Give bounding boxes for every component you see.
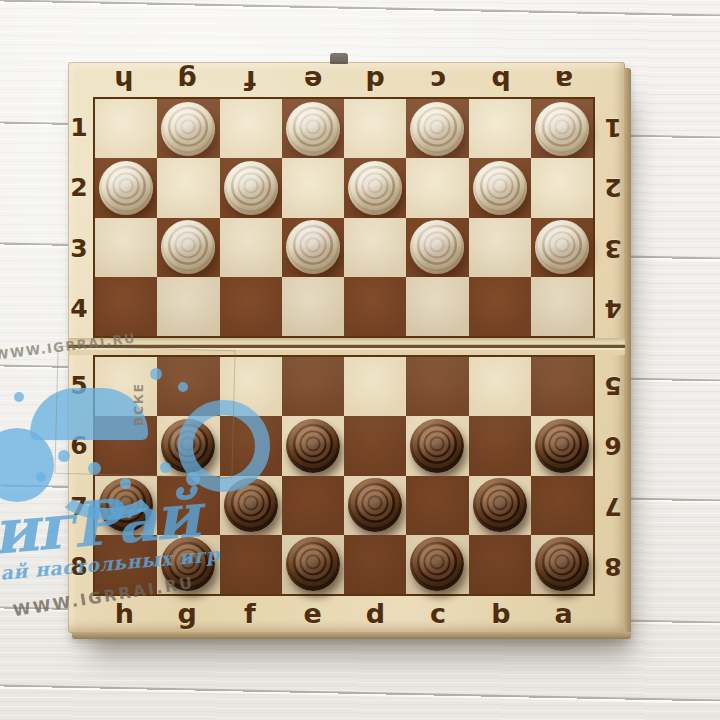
square-d8[interactable] [344,535,406,594]
square-a2[interactable] [531,158,593,217]
square-c3[interactable] [406,218,468,277]
brown-checker-a6[interactable] [535,419,589,473]
square-h8[interactable] [95,535,157,594]
square-c1[interactable] [406,99,468,158]
white-checker-e3[interactable] [286,220,340,274]
square-b3[interactable] [469,218,531,277]
brown-checker-c6[interactable] [410,419,464,473]
square-g1[interactable] [157,99,219,158]
square-h1[interactable] [95,99,157,158]
square-c2[interactable] [406,158,468,217]
brown-checker-a8[interactable] [535,537,589,591]
rank-label-left-2: 2 [70,173,87,202]
file-label-top-g: g [177,65,196,96]
square-a6[interactable] [531,416,593,475]
square-a5[interactable] [531,357,593,416]
rank-label-right-2: 2 [604,173,621,202]
board-side-face [72,632,631,639]
rank-label-right-8: 8 [604,551,621,580]
file-label-top-e: e [303,65,321,96]
board-bottom-half [93,355,595,596]
square-a8[interactable] [531,535,593,594]
white-checker-b2[interactable] [473,161,527,215]
square-c6[interactable] [406,416,468,475]
square-h3[interactable] [95,218,157,277]
square-d7[interactable] [344,476,406,535]
rank-label-left-1: 1 [70,113,87,142]
file-label-bottom-a: a [555,598,573,629]
file-label-bottom-h: h [115,598,134,629]
square-f7[interactable] [220,476,282,535]
square-a7[interactable] [531,476,593,535]
brown-checker-d7[interactable] [348,478,402,532]
square-c8[interactable] [406,535,468,594]
file-label-bottom-d: d [366,598,385,629]
rank-label-right-3: 3 [604,233,621,262]
file-label-bottom-f: f [244,598,256,629]
white-checker-d2[interactable] [348,161,402,215]
board-top-half [93,97,595,338]
square-e1[interactable] [282,99,344,158]
brown-checker-c8[interactable] [410,537,464,591]
brown-checker-f7[interactable] [224,478,278,532]
white-checker-e1[interactable] [286,102,340,156]
square-d1[interactable] [344,99,406,158]
board-fold-hinge [68,338,625,355]
file-label-top-h: h [115,65,134,96]
square-d4[interactable] [344,277,406,336]
white-checker-g1[interactable] [161,102,215,156]
rank-label-left-3: 3 [70,233,87,262]
square-h5[interactable] [95,357,157,416]
square-g6[interactable] [157,416,219,475]
square-f8[interactable] [220,535,282,594]
square-b2[interactable] [469,158,531,217]
square-d5[interactable] [344,357,406,416]
square-d6[interactable] [344,416,406,475]
rank-label-right-1: 1 [604,113,621,142]
square-c7[interactable] [406,476,468,535]
square-f5[interactable] [220,357,282,416]
square-c5[interactable] [406,357,468,416]
square-g7[interactable] [157,476,219,535]
rank-label-left-5: 5 [70,371,87,400]
file-label-bottom-e: e [303,598,321,629]
box-clasp [330,53,348,64]
brown-checker-h7[interactable] [99,478,153,532]
square-g8[interactable] [157,535,219,594]
square-b5[interactable] [469,357,531,416]
square-c4[interactable] [406,277,468,336]
white-checker-c1[interactable] [410,102,464,156]
square-e3[interactable] [282,218,344,277]
brown-checker-g8[interactable] [161,537,215,591]
file-label-top-f: f [244,65,256,96]
square-e4[interactable] [282,277,344,336]
file-label-top-b: b [491,65,510,96]
square-b4[interactable] [469,277,531,336]
square-g3[interactable] [157,218,219,277]
board-side-face [624,68,631,638]
square-g5[interactable] [157,357,219,416]
file-label-bottom-b: b [491,598,510,629]
brown-checker-b7[interactable] [473,478,527,532]
square-e6[interactable] [282,416,344,475]
white-checker-a3[interactable] [535,220,589,274]
square-b8[interactable] [469,535,531,594]
square-a1[interactable] [531,99,593,158]
square-f4[interactable] [220,277,282,336]
square-f3[interactable] [220,218,282,277]
rank-label-right-4: 4 [604,293,621,322]
checkers-photo-scene: hhggffeeddccbbaa1122334455667788 игРай а… [0,0,720,720]
square-e7[interactable] [282,476,344,535]
file-label-bottom-g: g [177,598,196,629]
brown-checker-e8[interactable] [286,537,340,591]
square-a3[interactable] [531,218,593,277]
square-e8[interactable] [282,535,344,594]
checkers-board: hhggffeeddccbbaa1122334455667788 [68,62,625,633]
rank-label-left-7: 7 [70,491,87,520]
square-d2[interactable] [344,158,406,217]
brown-checker-e6[interactable] [286,419,340,473]
white-checker-g3[interactable] [161,220,215,274]
rank-label-left-6: 6 [70,431,87,460]
white-checker-f2[interactable] [224,161,278,215]
white-checker-h2[interactable] [99,161,153,215]
square-f2[interactable] [220,158,282,217]
square-h2[interactable] [95,158,157,217]
square-a4[interactable] [531,277,593,336]
square-e2[interactable] [282,158,344,217]
square-f1[interactable] [220,99,282,158]
square-g2[interactable] [157,158,219,217]
rank-label-right-6: 6 [604,431,621,460]
square-b1[interactable] [469,99,531,158]
square-b7[interactable] [469,476,531,535]
rank-label-right-7: 7 [604,491,621,520]
brown-checker-g6[interactable] [161,419,215,473]
square-d3[interactable] [344,218,406,277]
file-label-top-a: a [555,65,573,96]
white-checker-c3[interactable] [410,220,464,274]
square-b6[interactable] [469,416,531,475]
rank-label-right-5: 5 [604,371,621,400]
square-g4[interactable] [157,277,219,336]
file-label-top-c: c [430,65,446,96]
white-checker-a1[interactable] [535,102,589,156]
square-h4[interactable] [95,277,157,336]
file-label-top-d: d [366,65,385,96]
square-h6[interactable] [95,416,157,475]
rank-label-left-8: 8 [70,551,87,580]
square-e5[interactable] [282,357,344,416]
square-f6[interactable] [220,416,282,475]
rank-label-left-4: 4 [70,293,87,322]
file-label-bottom-c: c [430,598,446,629]
square-h7[interactable] [95,476,157,535]
